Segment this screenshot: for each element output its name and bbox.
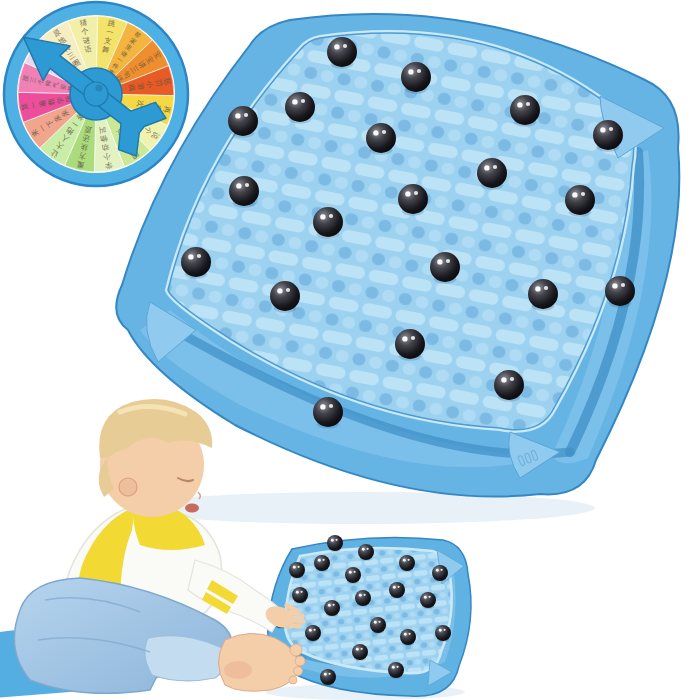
magnetic-ball[interactable]	[494, 370, 524, 402]
magnetic-ball[interactable]	[292, 587, 308, 604]
magnetic-ball[interactable]	[432, 565, 448, 582]
wheel-hub-pin	[96, 85, 103, 92]
magnetic-ball[interactable]	[345, 567, 361, 584]
magnetic-ball[interactable]	[305, 625, 321, 642]
spinner-wheel: 猜个谜语跳一支舞帮家里做一件事宝宝讲三句话惩罚小游戏再来一次说个绕口令唱一首歌学…	[4, 2, 188, 186]
magnetic-ball[interactable]	[605, 276, 635, 308]
wheel-hub-cap	[84, 82, 108, 106]
toe	[290, 644, 302, 656]
magnetic-ball[interactable]	[327, 37, 357, 69]
magnetic-ball[interactable]	[565, 185, 595, 217]
toe	[294, 667, 303, 676]
magnetic-ball[interactable]	[401, 62, 431, 94]
magnetic-ball[interactable]	[358, 544, 374, 561]
toe	[289, 676, 297, 684]
magnetic-ball[interactable]	[324, 600, 340, 617]
magnetic-ball[interactable]	[327, 535, 343, 552]
toe	[295, 656, 305, 666]
magnetic-ball[interactable]	[270, 281, 300, 313]
magnetic-ball[interactable]	[181, 247, 211, 279]
magnetic-ball[interactable]	[228, 106, 258, 138]
magnetic-ball[interactable]	[313, 207, 343, 239]
heel-shade	[224, 661, 252, 679]
magnetic-ball[interactable]	[388, 662, 404, 679]
magnetic-ball[interactable]	[355, 590, 371, 607]
small-board-field	[285, 548, 452, 673]
svg-text:叫: 叫	[98, 125, 107, 135]
svg-text:戏: 戏	[127, 83, 137, 92]
magnetic-ball[interactable]	[528, 279, 558, 311]
magnetic-ball[interactable]	[389, 582, 405, 599]
magnetic-ball[interactable]	[289, 562, 305, 579]
baby-ear	[119, 478, 137, 496]
magnetic-ball[interactable]	[313, 397, 343, 429]
magnetic-ball[interactable]	[420, 592, 436, 609]
magnetic-ball[interactable]	[395, 329, 425, 361]
magnetic-ball[interactable]	[285, 92, 315, 124]
product-photo: 猜个谜语跳一支舞帮家里做一件事宝宝讲三句话惩罚小游戏再来一次说个绕口令唱一首歌学…	[0, 0, 700, 700]
magnetic-ball[interactable]	[510, 95, 540, 127]
magnetic-ball[interactable]	[352, 644, 368, 661]
magnetic-ball[interactable]	[399, 555, 415, 572]
magnetic-ball[interactable]	[398, 184, 428, 216]
magnetic-ball[interactable]	[320, 669, 336, 686]
magnetic-ball[interactable]	[593, 120, 623, 152]
magnetic-ball[interactable]	[229, 176, 259, 208]
magnetic-ball[interactable]	[314, 555, 330, 572]
magnetic-ball[interactable]	[435, 625, 451, 642]
magnetic-ball[interactable]	[400, 629, 416, 646]
baby-mouth	[185, 504, 199, 513]
magnetic-ball[interactable]	[370, 617, 386, 634]
magnetic-ball[interactable]	[366, 123, 396, 155]
magnetic-ball[interactable]	[477, 158, 507, 190]
magnetic-ball[interactable]	[430, 252, 460, 284]
